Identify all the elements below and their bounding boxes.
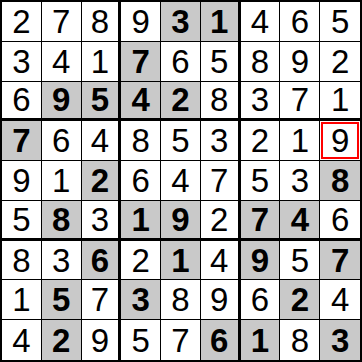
sudoku-cell-r6c1[interactable]: 5 [2,201,42,241]
sudoku-cell-r3c6[interactable]: 8 [201,82,241,122]
sudoku-cell-r7c3[interactable]: 6 [82,241,122,281]
sudoku-cell-r8c9[interactable]: 4 [320,280,360,320]
sudoku-cell-r3c2[interactable]: 9 [42,82,82,122]
sudoku-cell-r9c1[interactable]: 4 [2,320,42,360]
sudoku-cell-r5c4[interactable]: 6 [121,161,161,201]
sudoku-cell-r3c4[interactable]: 4 [121,82,161,122]
sudoku-cell-r4c6[interactable]: 3 [201,121,241,161]
sudoku-cell-r9c4[interactable]: 5 [121,320,161,360]
sudoku-cell-r3c7[interactable]: 3 [241,82,281,122]
sudoku-cell-r1c6[interactable]: 1 [201,2,241,42]
sudoku-cell-r3c9[interactable]: 1 [320,82,360,122]
sudoku-cell-r4c9[interactable]: 9 [320,121,360,161]
sudoku-cell-r7c9[interactable]: 7 [320,241,360,281]
sudoku-cell-r6c7[interactable]: 7 [241,201,281,241]
sudoku-cell-r2c4[interactable]: 7 [121,42,161,82]
sudoku-cell-r4c5[interactable]: 5 [161,121,201,161]
sudoku-cell-r5c3[interactable]: 2 [82,161,122,201]
sudoku-cell-r1c1[interactable]: 2 [2,2,42,42]
sudoku-cell-r1c7[interactable]: 4 [241,2,281,42]
sudoku-cell-r9c6[interactable]: 6 [201,320,241,360]
sudoku-cell-r9c2[interactable]: 2 [42,320,82,360]
sudoku-cell-r5c1[interactable]: 9 [2,161,42,201]
sudoku-cell-r9c8[interactable]: 8 [280,320,320,360]
sudoku-cell-r6c9[interactable]: 6 [320,201,360,241]
sudoku-cell-r9c7[interactable]: 1 [241,320,281,360]
sudoku-cell-r9c9[interactable]: 3 [320,320,360,360]
sudoku-cell-r4c7[interactable]: 2 [241,121,281,161]
sudoku-cell-r2c8[interactable]: 9 [280,42,320,82]
sudoku-cell-r2c3[interactable]: 1 [82,42,122,82]
sudoku-cell-r8c5[interactable]: 8 [161,280,201,320]
sudoku-cell-r8c8[interactable]: 2 [280,280,320,320]
sudoku-cell-r3c1[interactable]: 6 [2,82,42,122]
sudoku-cell-r4c3[interactable]: 4 [82,121,122,161]
sudoku-cell-r4c1[interactable]: 7 [2,121,42,161]
sudoku-cell-r7c2[interactable]: 3 [42,241,82,281]
sudoku-cell-r9c3[interactable]: 9 [82,320,122,360]
sudoku-cell-r1c4[interactable]: 9 [121,2,161,42]
sudoku-cell-r7c7[interactable]: 9 [241,241,281,281]
sudoku-cell-r1c5[interactable]: 3 [161,2,201,42]
sudoku-cell-r4c2[interactable]: 6 [42,121,82,161]
sudoku-cell-r8c1[interactable]: 1 [2,280,42,320]
sudoku-cell-r6c4[interactable]: 1 [121,201,161,241]
sudoku-cell-r2c7[interactable]: 8 [241,42,281,82]
sudoku-cell-r8c4[interactable]: 3 [121,280,161,320]
sudoku-cell-r6c5[interactable]: 9 [161,201,201,241]
sudoku-cell-r1c8[interactable]: 6 [280,2,320,42]
sudoku-cell-r3c3[interactable]: 5 [82,82,122,122]
sudoku-cell-r7c4[interactable]: 2 [121,241,161,281]
sudoku-cell-r1c9[interactable]: 5 [320,2,360,42]
sudoku-cell-r8c2[interactable]: 5 [42,280,82,320]
sudoku-cell-r6c6[interactable]: 2 [201,201,241,241]
sudoku-cell-r5c9[interactable]: 8 [320,161,360,201]
sudoku-cell-r8c3[interactable]: 7 [82,280,122,320]
sudoku-cell-r7c6[interactable]: 4 [201,241,241,281]
sudoku-cell-r6c2[interactable]: 8 [42,201,82,241]
sudoku-cell-r5c8[interactable]: 3 [280,161,320,201]
sudoku-cell-r3c8[interactable]: 7 [280,82,320,122]
sudoku-cell-r5c7[interactable]: 5 [241,161,281,201]
sudoku-cell-r2c1[interactable]: 3 [2,42,42,82]
sudoku-cell-r2c6[interactable]: 5 [201,42,241,82]
sudoku-cell-r6c8[interactable]: 4 [280,201,320,241]
sudoku-cell-r9c5[interactable]: 7 [161,320,201,360]
sudoku-cell-r4c4[interactable]: 8 [121,121,161,161]
sudoku-cell-r4c8[interactable]: 1 [280,121,320,161]
sudoku-cell-r5c6[interactable]: 7 [201,161,241,201]
sudoku-cell-r2c2[interactable]: 4 [42,42,82,82]
sudoku-cell-r2c5[interactable]: 6 [161,42,201,82]
sudoku-cell-r1c3[interactable]: 8 [82,2,122,42]
sudoku-cell-r7c5[interactable]: 1 [161,241,201,281]
sudoku-cell-r8c6[interactable]: 9 [201,280,241,320]
sudoku-cell-r2c9[interactable]: 2 [320,42,360,82]
sudoku-cell-r8c7[interactable]: 6 [241,280,281,320]
sudoku-cell-r3c5[interactable]: 2 [161,82,201,122]
sudoku-cell-r6c3[interactable]: 3 [82,201,122,241]
sudoku-cell-r7c1[interactable]: 8 [2,241,42,281]
sudoku-cell-r7c8[interactable]: 5 [280,241,320,281]
sudoku-cell-r1c2[interactable]: 7 [42,2,82,42]
sudoku-cell-r5c5[interactable]: 4 [161,161,201,201]
sudoku-board: 2789314653417658926954283717648532199126… [0,0,362,362]
sudoku-cell-r5c2[interactable]: 1 [42,161,82,201]
